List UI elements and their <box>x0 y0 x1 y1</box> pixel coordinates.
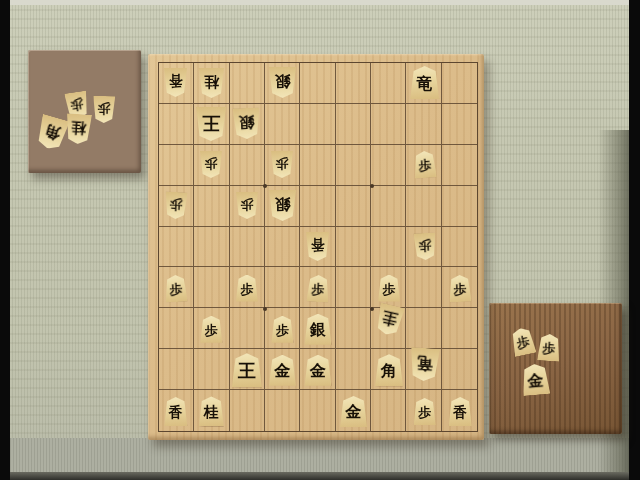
board-cell <box>442 308 477 349</box>
piece-sente-bishop-3h[interactable]: 角 <box>375 354 403 386</box>
board-cell <box>265 390 300 431</box>
piece-kanji: 歩 <box>169 282 183 296</box>
piece-kanji: 桂 <box>71 120 87 136</box>
piece-kanji: 銀 <box>239 114 256 131</box>
board-cell <box>265 104 300 145</box>
board-cell <box>336 186 371 227</box>
piece-kanji: 歩 <box>418 159 432 173</box>
board-cell <box>300 390 335 431</box>
piece-kanji: 歩 <box>515 335 530 350</box>
piece-kanji: 圭 <box>380 310 398 328</box>
board-cell <box>230 145 265 186</box>
tatami-lower-band <box>10 438 630 474</box>
board-cell <box>265 267 300 308</box>
piece-sente-lance-9i[interactable]: 香 <box>164 397 187 426</box>
board-cell <box>442 63 477 104</box>
piece-kanji: 歩 <box>240 283 253 296</box>
piece-kanji: 桂 <box>204 74 219 89</box>
piece-kanji: 香 <box>311 239 325 253</box>
board-cell <box>300 186 335 227</box>
board-cell <box>406 308 441 349</box>
board-cell <box>371 390 406 431</box>
board-cell <box>159 227 194 268</box>
frame-left-bar <box>0 0 10 480</box>
piece-kanji: 香 <box>169 405 183 419</box>
board-cell <box>442 349 477 390</box>
board-cell <box>300 104 335 145</box>
piece-kanji: 金 <box>346 404 362 420</box>
piece-sente-gold-6h[interactable]: 金 <box>269 355 296 386</box>
piece-kanji: 角 <box>42 122 62 142</box>
piece-gote-lance-9a[interactable]: 香 <box>164 68 187 97</box>
sente-komadai-box <box>489 303 622 434</box>
piece-kanji: 歩 <box>205 324 218 337</box>
piece-sente-pawn-8g[interactable]: 歩 <box>200 316 222 343</box>
piece-kanji: 香 <box>453 405 467 419</box>
board-cell <box>406 267 441 308</box>
piece-gote-knight-8a[interactable]: 桂 <box>199 68 224 98</box>
piece-kanji: 香 <box>169 75 183 89</box>
piece-sente-pawn-2i[interactable]: 歩 <box>414 398 436 425</box>
board-cell <box>371 104 406 145</box>
star-point <box>370 307 374 311</box>
board-cell <box>442 227 477 268</box>
piece-kanji: 歩 <box>97 102 110 115</box>
board-cell <box>194 186 229 227</box>
piece-gote-king-8b[interactable]: 王 <box>196 107 226 141</box>
board-cell <box>336 145 371 186</box>
piece-kanji: 歩 <box>276 324 289 337</box>
piece-sente-king-7h[interactable]: 王 <box>232 353 262 387</box>
piece-kanji: 歩 <box>418 239 432 253</box>
piece-kanji: 歩 <box>542 342 556 356</box>
board-cell <box>159 104 194 145</box>
piece-kanji: 歩 <box>276 157 289 170</box>
piece-sente-lance-1i[interactable]: 香 <box>449 397 472 426</box>
board-cell <box>194 227 229 268</box>
piece-kanji: 桂 <box>204 405 219 420</box>
piece-kanji: 歩 <box>453 282 466 295</box>
board-cell <box>300 63 335 104</box>
piece-kanji: 歩 <box>70 97 85 112</box>
piece-sente-pawn-7f[interactable]: 歩 <box>236 275 258 302</box>
piece-sente-silver-5g[interactable]: 銀 <box>304 314 331 345</box>
piece-sente-knight-8i[interactable]: 桂 <box>199 396 224 426</box>
tatami-top-band <box>0 0 640 5</box>
piece-sente-pawn-6g[interactable]: 歩 <box>271 316 293 343</box>
piece-kanji: 銀 <box>274 197 290 213</box>
piece-kanji: 歩 <box>205 157 218 170</box>
board-cell <box>230 227 265 268</box>
board-cell <box>194 267 229 308</box>
piece-kanji: 歩 <box>418 406 431 419</box>
board-cell <box>159 308 194 349</box>
piece-kanji: 歩 <box>311 282 325 296</box>
board-cell <box>371 186 406 227</box>
piece-sente-gold-4i[interactable]: 金 <box>340 396 367 427</box>
board-cell <box>406 104 441 145</box>
board-cell <box>371 227 406 268</box>
frame-right-bar <box>629 0 640 480</box>
board-cell <box>371 63 406 104</box>
board-cell <box>336 104 371 145</box>
piece-kanji: 歩 <box>240 198 253 211</box>
piece-kanji: 王 <box>202 114 220 132</box>
star-point <box>263 184 267 188</box>
board-cell <box>230 390 265 431</box>
hand-gote-pawn-1[interactable]: 歩 <box>93 96 115 123</box>
piece-kanji: 角 <box>381 363 397 379</box>
star-point <box>263 307 267 311</box>
board-cell <box>159 349 194 390</box>
frame-bottom-edge <box>0 472 640 480</box>
piece-gote-silver-6a[interactable]: 銀 <box>269 67 296 98</box>
piece-kanji: 金 <box>527 372 544 389</box>
board-cell <box>442 186 477 227</box>
board-cell <box>336 267 371 308</box>
piece-kanji: 歩 <box>169 198 183 212</box>
piece-kanji: 竜 <box>416 355 433 372</box>
board-cell <box>371 145 406 186</box>
tatami-background: 香桂銀王銀歩歩歩歩銀香歩圭竜竜歩歩歩歩歩歩歩歩銀王金金角桂金歩香香歩歩角桂歩歩金 <box>0 0 640 480</box>
piece-kanji: 竜 <box>417 76 433 92</box>
piece-kanji: 歩 <box>383 283 396 296</box>
piece-sente-dragon-2a[interactable]: 竜 <box>410 66 439 99</box>
board-cell <box>230 63 265 104</box>
board-cell <box>265 227 300 268</box>
piece-kanji: 金 <box>274 363 290 379</box>
star-point <box>370 184 374 188</box>
board-cell <box>442 145 477 186</box>
piece-kanji: 銀 <box>310 322 326 338</box>
board-cell <box>442 104 477 145</box>
piece-sente-pawn-3f[interactable]: 歩 <box>378 275 400 302</box>
board-cell <box>336 63 371 104</box>
piece-kanji: 金 <box>310 363 326 379</box>
board-cell <box>336 227 371 268</box>
piece-kanji: 銀 <box>274 74 290 90</box>
board-cell <box>336 308 371 349</box>
board-cell <box>406 186 441 227</box>
piece-sente-gold-5h[interactable]: 金 <box>304 355 331 386</box>
board-cell <box>194 349 229 390</box>
board-cell <box>300 145 335 186</box>
board-cell <box>159 145 194 186</box>
piece-kanji: 王 <box>238 362 256 380</box>
board-cell <box>336 349 371 390</box>
board-cell <box>230 308 265 349</box>
